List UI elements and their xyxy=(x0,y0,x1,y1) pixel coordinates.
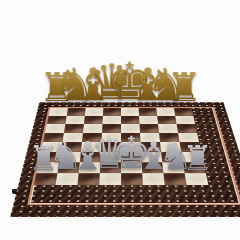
chess-set-photo: ♜♞♝♛♚♝♞♜♜♞♝♛♚♝♞♜ xyxy=(0,0,240,240)
piece-silver-rook-h1: ♜ xyxy=(182,141,213,175)
piece-gold-rook-h8: ♜ xyxy=(166,68,202,108)
pieces-layer: ♜♞♝♛♚♝♞♜♜♞♝♛♚♝♞♜ xyxy=(0,0,240,240)
board-scene: ♜♞♝♛♚♝♞♜♜♞♝♛♚♝♞♜ xyxy=(0,0,240,240)
